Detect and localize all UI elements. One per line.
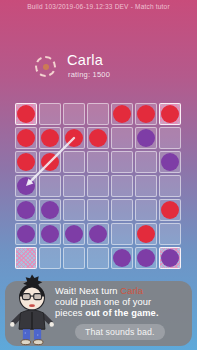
board-cell[interactable] xyxy=(63,127,85,149)
red-piece[interactable] xyxy=(41,129,59,147)
red-piece[interactable] xyxy=(17,153,35,171)
right-shoe xyxy=(33,340,43,345)
board-cell[interactable] xyxy=(111,127,133,149)
board-cell[interactable] xyxy=(111,151,133,173)
board-cell[interactable] xyxy=(111,103,133,125)
that-sounds-bad-button[interactable]: That sounds bad. xyxy=(75,324,165,340)
board-cell[interactable] xyxy=(39,103,61,125)
purple-piece[interactable] xyxy=(161,249,179,267)
board-cell[interactable] xyxy=(39,247,61,269)
board-cell[interactable] xyxy=(87,151,109,173)
left-leg xyxy=(23,329,30,340)
board-cell[interactable] xyxy=(63,103,85,125)
red-piece[interactable] xyxy=(89,129,107,147)
opponent-rating: rating: 1500 xyxy=(68,70,110,79)
purple-piece[interactable] xyxy=(137,129,155,147)
purple-piece[interactable] xyxy=(89,225,107,243)
red-piece[interactable] xyxy=(161,105,179,123)
board-cell[interactable] xyxy=(111,247,133,269)
purple-piece[interactable] xyxy=(65,225,83,243)
board-cell[interactable] xyxy=(135,199,157,221)
board-cell[interactable] xyxy=(63,151,85,173)
board-cell[interactable] xyxy=(15,199,37,221)
opponent-avatar dashed-circle-avatar xyxy=(35,56,56,77)
board-cell[interactable] xyxy=(159,151,181,173)
board-cell[interactable] xyxy=(87,103,109,125)
red-piece[interactable] xyxy=(161,201,179,219)
board-cell[interactable] xyxy=(15,175,37,197)
board-cell[interactable] xyxy=(39,175,61,197)
purple-piece[interactable] xyxy=(17,225,35,243)
purple-piece[interactable] xyxy=(17,177,35,195)
glasses-right-lens xyxy=(34,294,42,300)
left-shoe xyxy=(21,340,31,345)
purple-piece[interactable] xyxy=(137,249,155,267)
board-cell[interactable] xyxy=(39,151,61,173)
board-cell[interactable] xyxy=(135,223,157,245)
purple-piece[interactable] xyxy=(113,249,131,267)
board-cell[interactable] xyxy=(159,175,181,197)
purple-piece[interactable] xyxy=(17,201,35,219)
board-cell[interactable] xyxy=(87,199,109,221)
right-hand xyxy=(49,322,54,327)
board-cell[interactable] xyxy=(111,223,133,245)
board-cell[interactable] xyxy=(87,127,109,149)
board-cell[interactable] xyxy=(15,151,37,173)
board-cell[interactable] xyxy=(15,247,37,269)
tutor-message-emphasis: out of the game. xyxy=(85,308,158,318)
board-cell[interactable] xyxy=(39,223,61,245)
board-cell[interactable] xyxy=(15,127,37,149)
red-piece[interactable] xyxy=(17,129,35,147)
purple-piece[interactable] xyxy=(161,153,179,171)
board-cell[interactable] xyxy=(63,223,85,245)
board-cell[interactable] xyxy=(87,223,109,245)
board-cell[interactable] xyxy=(135,247,157,269)
red-piece[interactable] xyxy=(17,105,35,123)
board-cell[interactable] xyxy=(135,151,157,173)
board-cell[interactable] xyxy=(15,223,37,245)
left-hand xyxy=(10,322,15,327)
board-cell[interactable] xyxy=(159,247,181,269)
tutor-person-avatar xyxy=(8,272,56,348)
board-cell[interactable] xyxy=(63,199,85,221)
board-cell[interactable] xyxy=(159,103,181,125)
tutor-message-line1: Wait! Next turn Carla xyxy=(55,286,186,297)
red-piece[interactable] xyxy=(137,225,155,243)
red-piece[interactable] xyxy=(65,129,83,147)
tutor-message-line2: could push one of your xyxy=(55,297,186,308)
purple-piece[interactable] xyxy=(41,201,59,219)
board-cell[interactable] xyxy=(63,247,85,269)
board-cell[interactable] xyxy=(159,199,181,221)
purple-piece[interactable] xyxy=(41,225,59,243)
board-grid[interactable] xyxy=(15,103,181,269)
board-cell[interactable] xyxy=(135,127,157,149)
build-info-label: Build 103/2019-06-19.12:33 DEV - Match t… xyxy=(0,3,197,10)
red-piece[interactable] xyxy=(113,105,131,123)
board-cell[interactable] xyxy=(63,175,85,197)
red-piece[interactable] xyxy=(137,105,155,123)
tutor-message-line3: pieces out of the game. xyxy=(55,308,186,319)
board-cell[interactable] xyxy=(159,223,181,245)
board-cell[interactable] xyxy=(87,175,109,197)
tutor-message: Wait! Next turn Carla could push one of … xyxy=(55,286,186,319)
mouth xyxy=(29,304,35,307)
board-cell[interactable] xyxy=(135,103,157,125)
board-cell[interactable] xyxy=(39,127,61,149)
avatar-center-dot xyxy=(43,64,49,70)
opponent-name-highlight: Carla xyxy=(120,286,143,296)
board-cell[interactable] xyxy=(39,199,61,221)
board-cell[interactable] xyxy=(15,103,37,125)
opponent-name: Carla xyxy=(67,52,103,68)
glasses-left-lens xyxy=(22,294,30,300)
board-cell[interactable] xyxy=(111,175,133,197)
app-screen: Build 103/2019-06-19.12:33 DEV - Match t… xyxy=(0,0,197,350)
board-cell[interactable] xyxy=(111,199,133,221)
board-cell[interactable] xyxy=(135,175,157,197)
red-piece[interactable] xyxy=(41,153,59,171)
board-cell[interactable] xyxy=(159,127,181,149)
board-cell[interactable] xyxy=(87,247,109,269)
